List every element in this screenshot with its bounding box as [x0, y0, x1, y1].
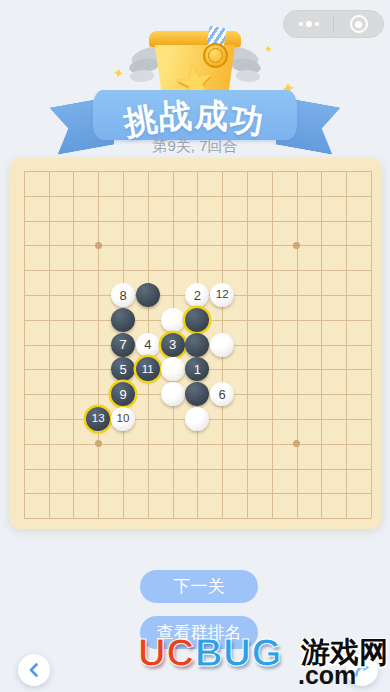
- trophy-cup-rim: [149, 31, 241, 47]
- challenge-success-screen: ★ ✦ ✦ ✦ 挑战成功 第9关, 7回合 82127435111961310 …: [0, 0, 390, 692]
- star-point: [293, 440, 300, 447]
- grid-line: [346, 171, 347, 518]
- stone-black: [185, 333, 209, 357]
- grid-line: [321, 171, 322, 518]
- level-round-text: 第9关, 7回合: [0, 137, 390, 156]
- stone-black-11: 11: [136, 357, 160, 381]
- stone-white-4: 4: [136, 333, 160, 357]
- star-point: [293, 242, 300, 249]
- grid-line: [24, 493, 371, 494]
- stone-white-12: 12: [210, 283, 234, 307]
- grid-line: [24, 518, 371, 519]
- stone-black-9: 9: [111, 382, 135, 406]
- gomoku-board: 82127435111961310: [9, 158, 382, 529]
- page-title: 挑战成功: [0, 94, 390, 139]
- grid-line: [24, 469, 371, 470]
- sparkle-icon: ✦: [112, 65, 126, 81]
- stone-white: [185, 407, 209, 431]
- next-level-button[interactable]: 下一关: [140, 570, 258, 603]
- stone-black: [111, 308, 135, 332]
- stone-black: [185, 308, 209, 332]
- grid-line: [297, 171, 298, 518]
- sparkle-icon: ✦: [264, 44, 273, 55]
- stone-black-1: 1: [185, 357, 209, 381]
- group-ranking-button[interactable]: 查看群排名: [140, 616, 258, 649]
- stone-white-2: 2: [185, 283, 209, 307]
- grid-line: [24, 444, 371, 445]
- stone-white: [210, 333, 234, 357]
- stone-black-7: 7: [111, 333, 135, 357]
- stone-white: [161, 382, 185, 406]
- share-button[interactable]: [346, 654, 378, 686]
- grid-line: [272, 171, 273, 518]
- stone-white-8: 8: [111, 283, 135, 307]
- stone-white-10: 10: [111, 407, 135, 431]
- grid-line: [371, 171, 372, 518]
- chevron-left-icon: [27, 662, 41, 678]
- stone-black-13: 13: [86, 407, 110, 431]
- medal-icon: [203, 43, 228, 68]
- grid-line: [247, 171, 248, 518]
- stone-white-6: 6: [210, 382, 234, 406]
- stone-black-3: 3: [161, 333, 185, 357]
- star-point: [95, 440, 102, 447]
- star-point: [95, 242, 102, 249]
- share-arrow-icon: [354, 663, 371, 678]
- stone-black: [185, 382, 209, 406]
- stone-white: [161, 308, 185, 332]
- stone-black: [136, 283, 160, 307]
- stone-white: [161, 357, 185, 381]
- stone-black-5: 5: [111, 357, 135, 381]
- back-button[interactable]: [18, 654, 50, 686]
